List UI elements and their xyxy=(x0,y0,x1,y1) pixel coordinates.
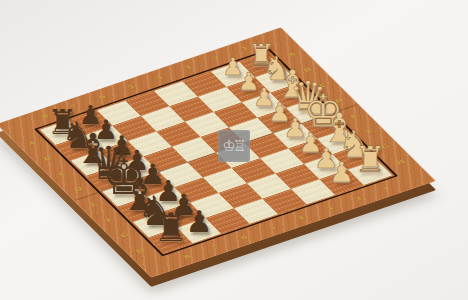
coordinate-label: 8 xyxy=(182,253,192,260)
coordinate-label: 3 xyxy=(324,205,334,212)
coordinate-label: 3 xyxy=(183,64,193,71)
coordinate-label: H xyxy=(394,158,406,166)
piece-white-p-h2[interactable]: ♟ xyxy=(329,159,354,187)
coordinate-label: 7 xyxy=(210,244,220,251)
coordinate-label: 6 xyxy=(239,234,249,241)
coordinate-label: E xyxy=(88,201,99,208)
piece-white-r-h1[interactable]: ♜ xyxy=(354,143,386,179)
piece-black-r-h8[interactable]: ♜ xyxy=(153,208,188,247)
coordinate-label: A xyxy=(26,139,37,146)
coordinate-label: 1 xyxy=(381,185,391,192)
coordinate-label: 2 xyxy=(211,55,221,62)
coordinate-label: 5 xyxy=(126,84,136,91)
coordinate-label: 4 xyxy=(154,74,164,81)
coordinate-label: 2 xyxy=(353,195,363,202)
piece-black-p-h7[interactable]: ♟ xyxy=(186,206,213,236)
chess-photo-scene: AA88BB77CC66DD55EE44FF33GG22HH11 ♜♞♝♛♚♝♞… xyxy=(0,0,468,300)
coordinate-label: 5 xyxy=(267,224,277,231)
coordinate-label: D xyxy=(72,185,84,192)
coordinate-label: B xyxy=(41,155,53,162)
coordinate-label: G xyxy=(119,232,131,239)
coordinate-label: F xyxy=(104,216,115,223)
coordinate-label: C xyxy=(57,170,68,177)
coordinate-label: 4 xyxy=(296,214,306,221)
watermark-pieces-icon: ♔♖ xyxy=(223,137,244,155)
coordinate-label: H xyxy=(134,247,146,255)
watermark: ♔♖ xyxy=(218,130,250,162)
